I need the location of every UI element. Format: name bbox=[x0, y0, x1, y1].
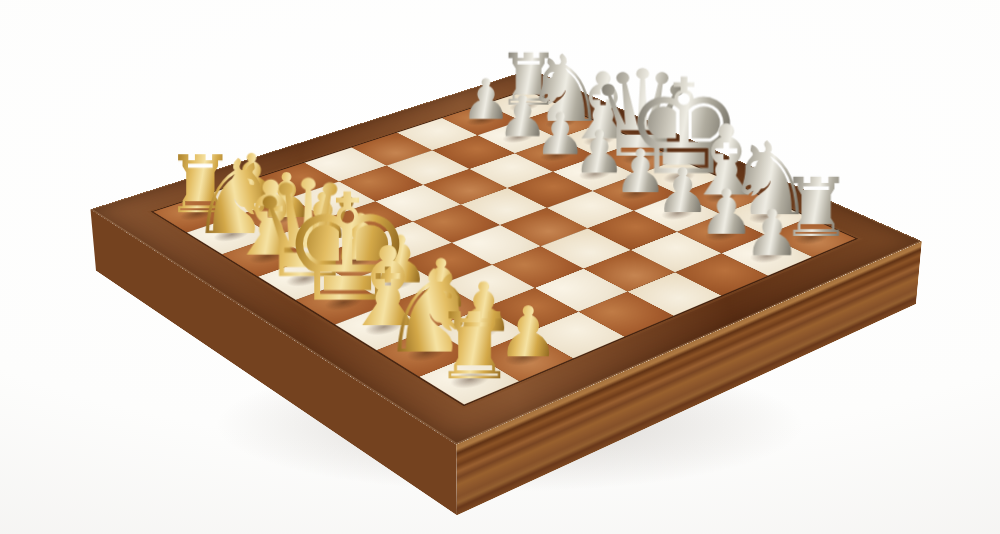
square-h6 bbox=[675, 253, 767, 295]
square-h1: ♜ bbox=[419, 354, 519, 404]
piece-white-rook-h1: ♜ bbox=[434, 301, 516, 393]
chess-set-photo-scene: ♜♟♟♜♞♟♟♞♝♟♟♝♛♟♟♛♚♟♟♚♝♟♟♝♞♟♟♞♜♟♟♜ bbox=[0, 0, 1000, 534]
square-e5 bbox=[500, 208, 588, 247]
piece-black-pawn-h7: ♟ bbox=[743, 202, 800, 266]
square-h7: ♟ bbox=[721, 235, 812, 276]
